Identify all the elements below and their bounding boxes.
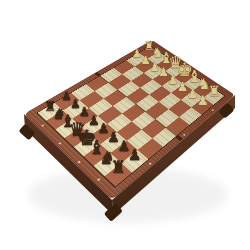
chess-set-photo: ♜♞♟♝♟♛♟♚♟♝♟♞♟♜♟♟♟♟♜♟♞♟♝♟♛♟♚♟♝♟♞♜ [0,0,250,250]
magnet-dot-icon [97,178,101,181]
magnet-dot-icon [149,162,152,165]
hinge-clasp-icon [175,135,183,141]
magnet-dot-icon [58,142,62,145]
magnet-dot-icon [77,161,81,164]
magnet-dot-icon [211,109,214,111]
magnet-dot-icon [183,134,186,137]
magnet-dot-icon [41,124,44,127]
